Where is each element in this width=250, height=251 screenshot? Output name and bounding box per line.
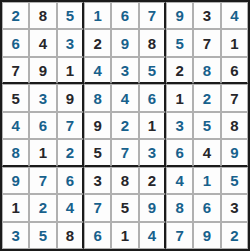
cell-r8c7[interactable]: 8 <box>166 194 193 221</box>
cell-r9c1[interactable]: 3 <box>2 222 29 249</box>
cell-r5c9[interactable]: 8 <box>221 112 248 139</box>
cell-r6c7[interactable]: 6 <box>166 139 193 166</box>
cell-r8c8[interactable]: 6 <box>193 194 220 221</box>
cell-r6c1[interactable]: 8 <box>2 139 29 166</box>
cell-r4c1[interactable]: 5 <box>2 84 29 111</box>
cell-r1c2[interactable]: 8 <box>29 2 56 29</box>
cell-r2c7[interactable]: 5 <box>166 29 193 56</box>
cell-r6c2[interactable]: 1 <box>29 139 56 166</box>
cell-r4c4[interactable]: 8 <box>84 84 111 111</box>
cell-r3c4[interactable]: 4 <box>84 57 111 84</box>
cell-r4c8[interactable]: 2 <box>193 84 220 111</box>
cell-r2c3[interactable]: 3 <box>57 29 84 56</box>
cell-r7c7[interactable]: 4 <box>166 167 193 194</box>
cell-r6c3[interactable]: 2 <box>57 139 84 166</box>
cell-r7c3[interactable]: 6 <box>57 167 84 194</box>
cell-r7c1[interactable]: 9 <box>2 167 29 194</box>
cell-r9c4[interactable]: 6 <box>84 222 111 249</box>
cell-r8c4[interactable]: 7 <box>84 194 111 221</box>
cell-r7c9[interactable]: 5 <box>221 167 248 194</box>
cell-r3c2[interactable]: 9 <box>29 57 56 84</box>
cell-r4c5[interactable]: 4 <box>111 84 138 111</box>
cell-r6c6[interactable]: 3 <box>139 139 166 166</box>
cell-r9c3[interactable]: 8 <box>57 222 84 249</box>
cell-r8c9[interactable]: 3 <box>221 194 248 221</box>
cell-r6c8[interactable]: 4 <box>193 139 220 166</box>
cell-r7c2[interactable]: 7 <box>29 167 56 194</box>
cell-r3c8[interactable]: 8 <box>193 57 220 84</box>
cell-r1c7[interactable]: 9 <box>166 2 193 29</box>
cell-r1c1[interactable]: 2 <box>2 2 29 29</box>
cell-r9c9[interactable]: 2 <box>221 222 248 249</box>
cell-r7c4[interactable]: 3 <box>84 167 111 194</box>
cell-r5c8[interactable]: 5 <box>193 112 220 139</box>
cell-r7c6[interactable]: 2 <box>139 167 166 194</box>
cell-r2c2[interactable]: 4 <box>29 29 56 56</box>
cell-r1c4[interactable]: 1 <box>84 2 111 29</box>
cell-r8c3[interactable]: 4 <box>57 194 84 221</box>
cell-r4c2[interactable]: 3 <box>29 84 56 111</box>
cell-r9c5[interactable]: 1 <box>111 222 138 249</box>
cell-r5c7[interactable]: 3 <box>166 112 193 139</box>
cell-r4c9[interactable]: 7 <box>221 84 248 111</box>
cell-r6c5[interactable]: 7 <box>111 139 138 166</box>
cell-r3c7[interactable]: 2 <box>166 57 193 84</box>
cell-r5c3[interactable]: 7 <box>57 112 84 139</box>
cell-r8c5[interactable]: 5 <box>111 194 138 221</box>
cell-r2c9[interactable]: 1 <box>221 29 248 56</box>
cell-r6c9[interactable]: 9 <box>221 139 248 166</box>
cell-r5c5[interactable]: 2 <box>111 112 138 139</box>
cell-r2c4[interactable]: 2 <box>84 29 111 56</box>
cell-r5c6[interactable]: 1 <box>139 112 166 139</box>
cell-r4c3[interactable]: 9 <box>57 84 84 111</box>
sudoku-board: 2851679346432985717914352865398461274679… <box>0 0 250 251</box>
cell-r2c8[interactable]: 7 <box>193 29 220 56</box>
cell-r2c1[interactable]: 6 <box>2 29 29 56</box>
cell-r9c6[interactable]: 4 <box>139 222 166 249</box>
cell-r3c9[interactable]: 6 <box>221 57 248 84</box>
cell-r1c9[interactable]: 4 <box>221 2 248 29</box>
cell-r3c5[interactable]: 3 <box>111 57 138 84</box>
cell-r1c6[interactable]: 7 <box>139 2 166 29</box>
cell-r4c7[interactable]: 1 <box>166 84 193 111</box>
cell-r8c6[interactable]: 9 <box>139 194 166 221</box>
cell-r8c1[interactable]: 1 <box>2 194 29 221</box>
cell-r2c6[interactable]: 8 <box>139 29 166 56</box>
cell-r1c8[interactable]: 3 <box>193 2 220 29</box>
cell-r9c2[interactable]: 5 <box>29 222 56 249</box>
cell-r3c1[interactable]: 7 <box>2 57 29 84</box>
cell-r9c7[interactable]: 7 <box>166 222 193 249</box>
cell-r7c8[interactable]: 1 <box>193 167 220 194</box>
cell-r1c3[interactable]: 5 <box>57 2 84 29</box>
cell-r1c5[interactable]: 6 <box>111 2 138 29</box>
cell-r9c8[interactable]: 9 <box>193 222 220 249</box>
cell-r6c4[interactable]: 5 <box>84 139 111 166</box>
cell-r3c3[interactable]: 1 <box>57 57 84 84</box>
cell-r7c5[interactable]: 8 <box>111 167 138 194</box>
cell-r5c1[interactable]: 4 <box>2 112 29 139</box>
cell-r2c5[interactable]: 9 <box>111 29 138 56</box>
cell-r5c4[interactable]: 9 <box>84 112 111 139</box>
cell-r4c6[interactable]: 6 <box>139 84 166 111</box>
cell-r3c6[interactable]: 5 <box>139 57 166 84</box>
cell-r8c2[interactable]: 2 <box>29 194 56 221</box>
cell-r5c2[interactable]: 6 <box>29 112 56 139</box>
